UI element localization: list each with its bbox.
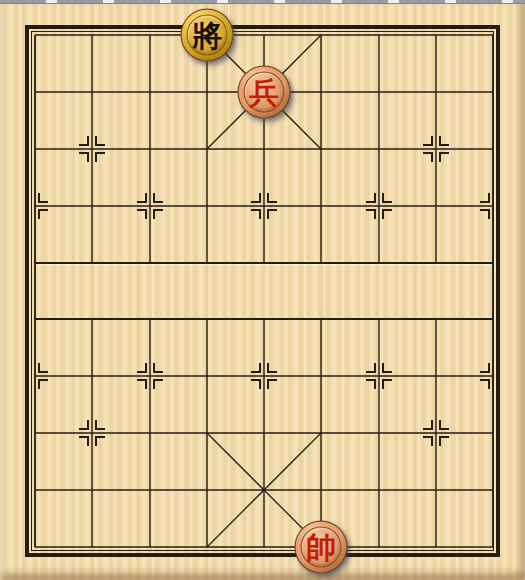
xiangqi-board[interactable]: 將兵帥 [0, 0, 525, 580]
piece-face: 兵 [244, 72, 285, 113]
piece-glyph: 將 [192, 20, 222, 50]
piece-red-soldier[interactable]: 兵 [238, 66, 291, 119]
piece-red-general[interactable]: 帥 [295, 521, 348, 574]
piece-glyph: 帥 [306, 532, 336, 562]
piece-black-general[interactable]: 將 [181, 9, 234, 62]
piece-face: 將 [187, 15, 228, 56]
piece-face: 帥 [301, 527, 342, 568]
window-edge [0, 0, 525, 4]
piece-glyph: 兵 [249, 77, 279, 107]
